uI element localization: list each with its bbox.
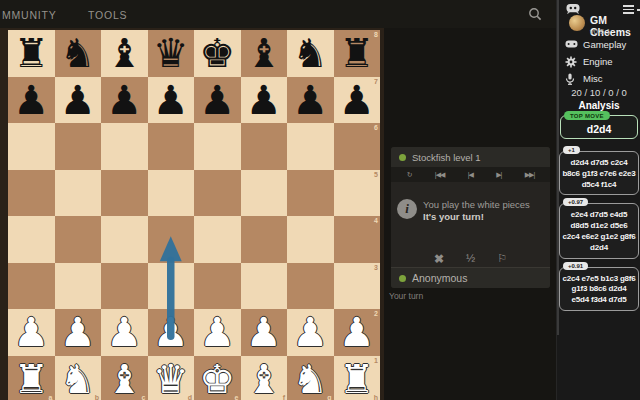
resign-flag-icon[interactable]: ⚐: [497, 253, 507, 264]
analysis-line-card-1[interactable]: +1d2d4 d7d5 c2c4 b8c6 g1f3 e7e6 e2e3 d5c…: [559, 151, 639, 195]
square-g2[interactable]: ♟: [287, 309, 334, 356]
piece-white-p: ♟: [153, 312, 189, 352]
square-e8[interactable]: ♚: [194, 30, 241, 77]
prev-move-icon[interactable]: |◀: [468, 171, 473, 178]
piece-white-r: ♜: [13, 359, 49, 399]
square-c6[interactable]: [101, 123, 148, 170]
square-c3[interactable]: [101, 263, 148, 310]
piece-black-r: ♜: [13, 33, 49, 73]
piece-white-b: ♝: [106, 359, 142, 399]
line-moves: e2e4 d7d5 e4d5 d8d5 d1e2 d5e6 c2c4 e6e2 …: [562, 210, 636, 253]
info-icon: i: [397, 199, 417, 219]
square-h7[interactable]: ♟7: [334, 77, 381, 124]
square-d1[interactable]: ♛d: [148, 356, 195, 400]
player-name: Anonymous: [412, 272, 467, 284]
move-nav-toolbar: ↻ |◀◀ |◀ ▶| ▶▶|: [391, 167, 550, 182]
menu-label: Engine: [583, 56, 613, 67]
piece-white-b: ♝: [246, 359, 282, 399]
square-a2[interactable]: ♟: [8, 309, 55, 356]
square-c4[interactable]: [101, 216, 148, 263]
menu-item-gameplay[interactable]: Gameplay: [557, 38, 640, 53]
square-d2[interactable]: ♟: [148, 309, 195, 356]
menu-label: Gameplay: [583, 39, 626, 50]
first-move-icon[interactable]: |◀◀: [435, 171, 445, 178]
menu-item-misc[interactable]: Misc: [557, 72, 640, 87]
square-f3[interactable]: [241, 263, 288, 310]
piece-black-p: ♟: [106, 80, 142, 120]
piece-white-p: ♟: [13, 312, 49, 352]
chess-board: ♜♞♝♛♚♝♞♜8♟♟♟♟♟♟♟♟76543♟♟♟♟♟♟♟♟2♜a♞b♝c♛d♚…: [8, 30, 380, 400]
square-g3[interactable]: [287, 263, 334, 310]
file-label: g: [327, 394, 331, 400]
square-b2[interactable]: ♟: [55, 309, 102, 356]
online-dot: [399, 154, 406, 161]
file-label: c: [142, 394, 146, 400]
square-g7[interactable]: ♟: [287, 77, 334, 124]
square-g5[interactable]: [287, 170, 334, 217]
piece-white-n: ♞: [60, 359, 96, 399]
piece-black-p: ♟: [153, 80, 189, 120]
square-f1[interactable]: ♝f: [241, 356, 288, 400]
piece-black-n: ♞: [292, 33, 328, 73]
analysis-heading: Analysis: [557, 100, 640, 111]
square-b6[interactable]: [55, 123, 102, 170]
square-b1[interactable]: ♞b: [55, 356, 102, 400]
square-a8[interactable]: ♜: [8, 30, 55, 77]
square-f6[interactable]: [241, 123, 288, 170]
extension-version: v0.5.1: [590, 27, 610, 36]
top-move-value: d2d4: [561, 123, 637, 135]
top-nav-bar: MMUNITY TOOLS: [0, 0, 556, 28]
nav-community[interactable]: MMUNITY: [2, 9, 57, 21]
gear-icon: [565, 56, 577, 68]
square-b3[interactable]: [55, 263, 102, 310]
game-actions-row: ✖ ½ ⚐: [391, 250, 550, 267]
square-e4[interactable]: [194, 216, 241, 263]
square-d7[interactable]: ♟: [148, 77, 195, 124]
game-panel: Stockfish level 1 ↻ |◀◀ |◀ ▶| ▶▶| i You …: [391, 147, 550, 288]
square-h3[interactable]: 3: [334, 263, 381, 310]
engine-settings-summary: 20 / 10 / 0 / 0: [557, 87, 640, 98]
square-e5[interactable]: [194, 170, 241, 217]
piece-black-q: ♛: [153, 33, 189, 73]
piece-black-b: ♝: [106, 33, 142, 73]
player-row: Anonymous: [391, 267, 550, 288]
square-b5[interactable]: [55, 170, 102, 217]
top-move-badge: TOP MOVE: [564, 111, 610, 120]
top-move-card[interactable]: TOP MOVE d2d4: [560, 115, 638, 139]
square-d6[interactable]: [148, 123, 195, 170]
file-label: d: [188, 394, 192, 400]
square-d8[interactable]: ♛: [148, 30, 195, 77]
rank-label: 8: [374, 31, 378, 38]
square-b7[interactable]: ♟: [55, 77, 102, 124]
game-message-area: i You play the white pieces It's your tu…: [391, 182, 550, 250]
piece-black-p: ♟: [292, 80, 328, 120]
square-h1[interactable]: ♜1h: [334, 356, 381, 400]
rank-label: 4: [374, 217, 378, 224]
piece-white-n: ♞: [292, 359, 328, 399]
piece-black-p: ♟: [13, 80, 49, 120]
square-a3[interactable]: [8, 263, 55, 310]
rank-label: 6: [374, 124, 378, 131]
piece-white-r: ♜: [339, 359, 375, 399]
square-h2[interactable]: ♟2: [334, 309, 381, 356]
square-c1[interactable]: ♝c: [101, 356, 148, 400]
piece-black-p: ♟: [246, 80, 282, 120]
piece-white-q: ♛: [153, 359, 189, 399]
draw-button[interactable]: ½: [466, 253, 475, 264]
square-b4[interactable]: [55, 216, 102, 263]
piece-white-p: ♟: [292, 312, 328, 352]
board-frame: ♜♞♝♛♚♝♞♜8♟♟♟♟♟♟♟♟76543♟♟♟♟♟♟♟♟2♜a♞b♝c♛d♚…: [0, 28, 384, 400]
piece-black-k: ♚: [199, 33, 235, 73]
analysis-line-card-2[interactable]: +0.97e2e4 d7d5 e4d5 d8d5 d1e2 d5e6 c2c4 …: [559, 203, 639, 258]
menu-label: Misc: [583, 73, 603, 84]
square-h5[interactable]: 5: [334, 170, 381, 217]
square-c8[interactable]: ♝: [101, 30, 148, 77]
square-e3[interactable]: [194, 263, 241, 310]
piece-black-r: ♜: [339, 33, 375, 73]
square-f7[interactable]: ♟: [241, 77, 288, 124]
square-b8[interactable]: ♞: [55, 30, 102, 77]
square-e6[interactable]: [194, 123, 241, 170]
square-c5[interactable]: [101, 170, 148, 217]
analysis-lines: +1d2d4 d7d5 c2c4 b8c6 g1f3 e7e6 e2e3 d5c…: [557, 143, 640, 311]
gamepad-icon: [565, 39, 578, 49]
square-a6[interactable]: [8, 123, 55, 170]
piece-black-b: ♝: [246, 33, 282, 73]
cycle-icon[interactable]: ↻: [407, 171, 412, 178]
square-g8[interactable]: ♞: [287, 30, 334, 77]
online-dot: [399, 275, 406, 282]
square-f2[interactable]: ♟: [241, 309, 288, 356]
square-h6[interactable]: 6: [334, 123, 381, 170]
rank-label: 1: [374, 357, 378, 364]
piece-white-p: ♟: [106, 312, 142, 352]
line-moves: c2c4 e7e5 b1c3 g8f6 g1f3 b8c6 d2d4 e5d4 …: [562, 274, 636, 306]
analysis-line-card-3[interactable]: +0.91c2c4 e7e5 b1c3 g8f6 g1f3 b8c6 d2d4 …: [559, 267, 639, 311]
square-g4[interactable]: [287, 216, 334, 263]
rank-label: 3: [374, 264, 378, 271]
square-d5[interactable]: [148, 170, 195, 217]
square-e1[interactable]: ♚e: [194, 356, 241, 400]
piece-white-p: ♟: [60, 312, 96, 352]
menu-item-engine[interactable]: Engine: [557, 55, 640, 70]
file-label: a: [49, 394, 53, 400]
square-h4[interactable]: 4: [334, 216, 381, 263]
turn-message: It's your turn!: [423, 211, 484, 222]
square-d4[interactable]: [148, 216, 195, 263]
square-f5[interactable]: [241, 170, 288, 217]
square-f8[interactable]: ♝: [241, 30, 288, 77]
opponent-name: Stockfish level 1: [412, 152, 481, 163]
rank-label: 7: [374, 78, 378, 85]
rank-label: 2: [374, 310, 378, 317]
square-f4[interactable]: [241, 216, 288, 263]
piece-white-p: ♟: [339, 312, 375, 352]
square-d3[interactable]: [148, 263, 195, 310]
rank-label: 5: [374, 171, 378, 178]
square-e7[interactable]: ♟: [194, 77, 241, 124]
abort-button[interactable]: ✖: [434, 253, 444, 265]
next-move-icon[interactable]: ▶|: [496, 171, 501, 178]
extension-panel: GM Cheems v0.5.1 Gameplay Engine: [556, 0, 640, 400]
eval-badge: +0.91: [563, 262, 588, 270]
file-label: f: [283, 394, 285, 400]
search-icon[interactable]: [527, 6, 543, 22]
eval-badge: +1: [563, 146, 580, 154]
square-g6[interactable]: [287, 123, 334, 170]
opponent-row: Stockfish level 1: [391, 147, 550, 167]
avatar: [569, 15, 585, 31]
turn-status: Your turn: [389, 291, 423, 301]
piece-white-p: ♟: [246, 312, 282, 352]
piece-white-k: ♚: [199, 359, 235, 399]
nav-tools[interactable]: TOOLS: [88, 9, 127, 21]
piece-black-p: ♟: [339, 80, 375, 120]
square-a1[interactable]: ♜a: [8, 356, 55, 400]
piece-white-p: ♟: [199, 312, 235, 352]
piece-black-p: ♟: [199, 80, 235, 120]
piece-black-p: ♟: [60, 80, 96, 120]
square-a7[interactable]: ♟: [8, 77, 55, 124]
file-label: b: [95, 394, 99, 400]
square-a5[interactable]: [8, 170, 55, 217]
mic-icon: [565, 73, 575, 85]
last-move-icon[interactable]: ▶▶|: [525, 171, 535, 178]
square-a4[interactable]: [8, 216, 55, 263]
piece-black-n: ♞: [60, 33, 96, 73]
side-message: You play the white pieces: [423, 199, 530, 210]
file-label: e: [235, 394, 239, 400]
app-window: MMUNITY TOOLS ♜♞♝♛♚♝♞♜8♟♟♟♟♟♟♟♟76543♟♟♟♟…: [0, 0, 640, 400]
square-g1[interactable]: ♞g: [287, 356, 334, 400]
square-c2[interactable]: ♟: [101, 309, 148, 356]
line-moves: d2d4 d7d5 c2c4 b8c6 g1f3 e7e6 e2e3 d5c4 …: [562, 158, 636, 190]
square-c7[interactable]: ♟: [101, 77, 148, 124]
discord-icon[interactable]: [566, 3, 580, 14]
eval-badge: +0.97: [563, 198, 588, 206]
square-e2[interactable]: ♟: [194, 309, 241, 356]
square-h8[interactable]: ♜8: [334, 30, 381, 77]
file-label: h: [374, 394, 378, 400]
